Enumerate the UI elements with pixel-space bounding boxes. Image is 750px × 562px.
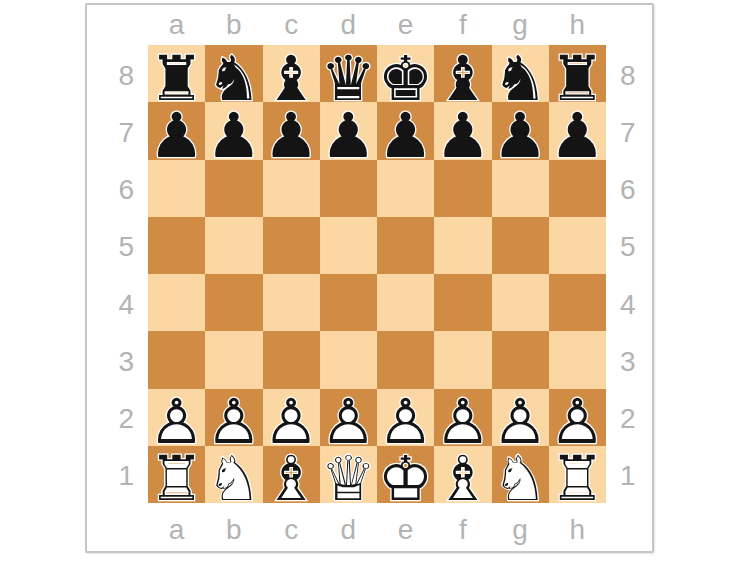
black-king[interactable]: ♚♚ (377, 45, 434, 102)
square-a4[interactable] (148, 274, 205, 331)
square-b6[interactable] (205, 160, 262, 217)
square-e8[interactable]: ♚♚ (377, 45, 434, 102)
square-f5[interactable] (434, 217, 491, 274)
white-king[interactable]: ♚♔ (377, 446, 434, 503)
black-bishop[interactable]: ♝♝ (263, 45, 320, 102)
square-d8[interactable]: ♛♛ (320, 45, 377, 102)
square-h7[interactable]: ♟♟ (549, 102, 606, 159)
square-a8[interactable]: ♜♜ (148, 45, 205, 102)
square-a3[interactable] (148, 331, 205, 388)
white-bishop[interactable]: ♝♗ (263, 446, 320, 503)
square-e6[interactable] (377, 160, 434, 217)
square-h4[interactable] (549, 274, 606, 331)
file-label-top: c (263, 9, 320, 41)
white-pawn[interactable]: ♟♙ (549, 389, 606, 446)
file-label-top: g (492, 9, 549, 41)
square-h5[interactable] (549, 217, 606, 274)
rank-label-right: 7 (606, 104, 667, 161)
file-label-bottom: e (377, 514, 434, 546)
square-b8[interactable]: ♞♞ (205, 45, 262, 102)
black-pawn[interactable]: ♟♟ (263, 102, 320, 159)
square-c5[interactable] (263, 217, 320, 274)
square-c8[interactable]: ♝♝ (263, 45, 320, 102)
square-b2[interactable]: ♟♙ (205, 389, 262, 446)
piece-glyph: ♟ (148, 107, 205, 164)
black-pawn[interactable]: ♟♟ (377, 102, 434, 159)
rank-label-right: 4 (606, 276, 667, 333)
file-labels-bottom: abcdefgh (148, 514, 606, 544)
board: ♜♜♞♞♝♝♛♛♚♚♝♝♞♞♜♜♟♟♟♟♟♟♟♟♟♟♟♟♟♟♟♟♟♙♟♙♟♙♟♙… (148, 45, 606, 503)
square-e1[interactable]: ♚♔ (377, 446, 434, 503)
square-b4[interactable] (205, 274, 262, 331)
board-frame: abcdefgh 87654321 ♜♜♞♞♝♝♛♛♚♚♝♝♞♞♜♜♟♟♟♟♟♟… (85, 3, 654, 553)
file-label-top: a (148, 9, 205, 41)
white-pawn[interactable]: ♟♙ (434, 389, 491, 446)
black-pawn[interactable]: ♟♟ (205, 102, 262, 159)
piece-glyph: ♕ (320, 451, 377, 508)
black-bishop[interactable]: ♝♝ (434, 45, 491, 102)
black-knight[interactable]: ♞♞ (492, 45, 549, 102)
piece-glyph: ♖ (549, 451, 606, 508)
rank-labels-right: 87654321 (606, 45, 667, 503)
square-e7[interactable]: ♟♟ (377, 102, 434, 159)
rank-label-left: 5 (87, 219, 148, 276)
black-pawn[interactable]: ♟♟ (148, 102, 205, 159)
square-b5[interactable] (205, 217, 262, 274)
piece-glyph: ♟ (320, 107, 377, 164)
rank-label-right: 3 (606, 333, 667, 390)
file-label-top: e (377, 9, 434, 41)
file-label-bottom: b (205, 514, 262, 546)
square-a2[interactable]: ♟♙ (148, 389, 205, 446)
rank-label-right: 5 (606, 219, 667, 276)
square-h6[interactable] (549, 160, 606, 217)
square-b1[interactable]: ♞♘ (205, 446, 262, 503)
piece-glyph: ♖ (148, 451, 205, 508)
black-queen[interactable]: ♛♛ (320, 45, 377, 102)
rank-label-right: 6 (606, 162, 667, 219)
square-a1[interactable]: ♜♖ (148, 446, 205, 503)
file-label-bottom: d (320, 514, 377, 546)
square-b7[interactable]: ♟♟ (205, 102, 262, 159)
square-f4[interactable] (434, 274, 491, 331)
rank-label-left: 2 (87, 391, 148, 448)
square-f6[interactable] (434, 160, 491, 217)
black-pawn[interactable]: ♟♟ (320, 102, 377, 159)
square-g1[interactable]: ♞♘ (492, 446, 549, 503)
rank-label-left: 3 (87, 333, 148, 390)
square-e2[interactable]: ♟♙ (377, 389, 434, 446)
square-d5[interactable] (320, 217, 377, 274)
piece-glyph: ♟ (549, 107, 606, 164)
white-pawn[interactable]: ♟♙ (492, 389, 549, 446)
rank-label-left: 4 (87, 276, 148, 333)
square-g6[interactable] (492, 160, 549, 217)
square-g7[interactable]: ♟♟ (492, 102, 549, 159)
rank-label-right: 8 (606, 47, 667, 104)
black-pawn[interactable]: ♟♟ (549, 102, 606, 159)
square-a5[interactable] (148, 217, 205, 274)
rank-label-right: 2 (606, 391, 667, 448)
square-d7[interactable]: ♟♟ (320, 102, 377, 159)
square-c7[interactable]: ♟♟ (263, 102, 320, 159)
square-h2[interactable]: ♟♙ (549, 389, 606, 446)
file-label-bottom: g (492, 514, 549, 546)
file-label-top: h (549, 9, 606, 41)
white-pawn[interactable]: ♟♙ (263, 389, 320, 446)
file-label-bottom: c (263, 514, 320, 546)
rank-label-left: 7 (87, 104, 148, 161)
square-f8[interactable]: ♝♝ (434, 45, 491, 102)
square-e4[interactable] (377, 274, 434, 331)
piece-glyph: ♗ (263, 451, 320, 508)
square-h8[interactable]: ♜♜ (549, 45, 606, 102)
file-label-top: f (434, 9, 491, 41)
file-label-bottom: a (148, 514, 205, 546)
square-f2[interactable]: ♟♙ (434, 389, 491, 446)
white-pawn[interactable]: ♟♙ (320, 389, 377, 446)
piece-glyph: ♘ (492, 451, 549, 508)
square-b3[interactable] (205, 331, 262, 388)
square-g2[interactable]: ♟♙ (492, 389, 549, 446)
square-d6[interactable] (320, 160, 377, 217)
piece-glyph: ♟ (263, 107, 320, 164)
square-g5[interactable] (492, 217, 549, 274)
white-queen[interactable]: ♛♕ (320, 446, 377, 503)
white-pawn[interactable]: ♟♙ (377, 389, 434, 446)
file-labels-top: abcdefgh (148, 9, 606, 39)
square-a6[interactable] (148, 160, 205, 217)
white-knight[interactable]: ♞♘ (205, 446, 262, 503)
square-g4[interactable] (492, 274, 549, 331)
square-c3[interactable] (263, 331, 320, 388)
black-knight[interactable]: ♞♞ (205, 45, 262, 102)
square-h1[interactable]: ♜♖ (549, 446, 606, 503)
file-label-bottom: f (434, 514, 491, 546)
square-c6[interactable] (263, 160, 320, 217)
piece-glyph: ♟ (434, 107, 491, 164)
square-g8[interactable]: ♞♞ (492, 45, 549, 102)
square-d2[interactable]: ♟♙ (320, 389, 377, 446)
file-label-top: d (320, 9, 377, 41)
white-knight[interactable]: ♞♘ (492, 446, 549, 503)
white-pawn[interactable]: ♟♙ (205, 389, 262, 446)
white-rook[interactable]: ♜♖ (148, 446, 205, 503)
square-f7[interactable]: ♟♟ (434, 102, 491, 159)
rank-label-left: 8 (87, 47, 148, 104)
square-e5[interactable] (377, 217, 434, 274)
square-d4[interactable] (320, 274, 377, 331)
rank-labels-left: 87654321 (87, 45, 148, 503)
chess-diagram: abcdefgh 87654321 ♜♜♞♞♝♝♛♛♚♚♝♝♞♞♜♜♟♟♟♟♟♟… (0, 0, 750, 562)
white-pawn[interactable]: ♟♙ (148, 389, 205, 446)
piece-glyph: ♟ (205, 107, 262, 164)
white-rook[interactable]: ♜♖ (549, 446, 606, 503)
piece-glyph: ♘ (205, 451, 262, 508)
square-c2[interactable]: ♟♙ (263, 389, 320, 446)
piece-glyph: ♗ (434, 451, 491, 508)
square-d1[interactable]: ♛♕ (320, 446, 377, 503)
square-f1[interactable]: ♝♗ (434, 446, 491, 503)
square-c4[interactable] (263, 274, 320, 331)
piece-glyph: ♔ (377, 451, 434, 508)
piece-glyph: ♟ (492, 107, 549, 164)
square-c1[interactable]: ♝♗ (263, 446, 320, 503)
square-h3[interactable] (549, 331, 606, 388)
white-bishop[interactable]: ♝♗ (434, 446, 491, 503)
file-label-bottom: h (549, 514, 606, 546)
square-f3[interactable] (434, 331, 491, 388)
square-e3[interactable] (377, 331, 434, 388)
black-rook[interactable]: ♜♜ (549, 45, 606, 102)
black-pawn[interactable]: ♟♟ (434, 102, 491, 159)
black-pawn[interactable]: ♟♟ (492, 102, 549, 159)
square-a7[interactable]: ♟♟ (148, 102, 205, 159)
square-d3[interactable] (320, 331, 377, 388)
rank-label-left: 1 (87, 448, 148, 505)
piece-glyph: ♟ (377, 107, 434, 164)
rank-label-left: 6 (87, 162, 148, 219)
black-rook[interactable]: ♜♜ (148, 45, 205, 102)
rank-label-right: 1 (606, 448, 667, 505)
square-g3[interactable] (492, 331, 549, 388)
file-label-top: b (205, 9, 262, 41)
